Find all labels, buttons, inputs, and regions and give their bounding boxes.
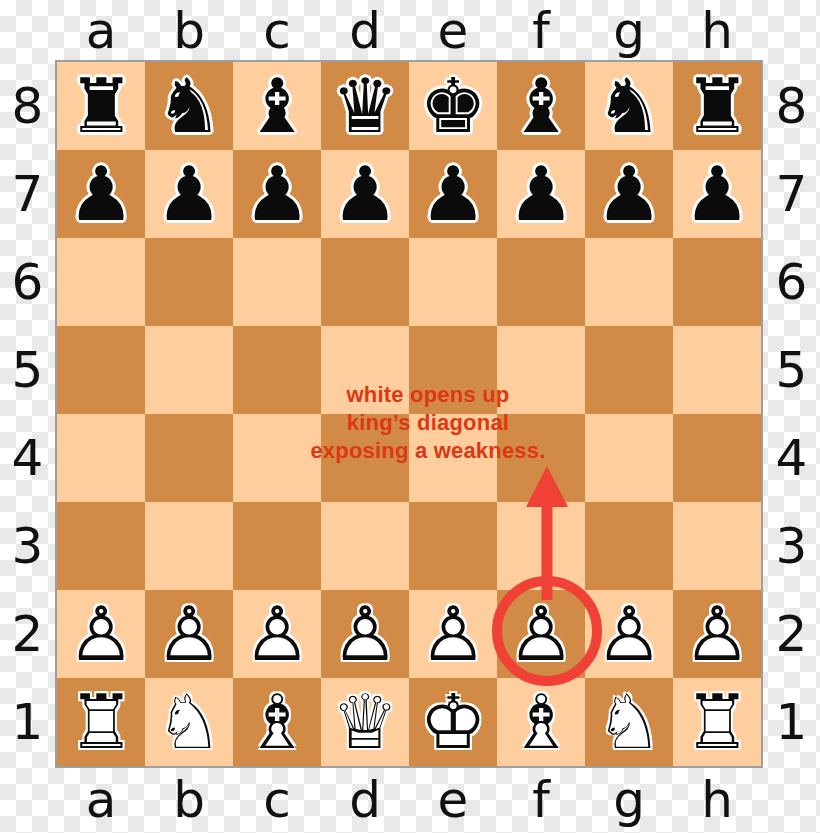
file-label-h-top: h bbox=[673, 0, 761, 62]
rank-label-7-right: 7 bbox=[763, 150, 820, 238]
square-b3 bbox=[145, 502, 233, 590]
white-pawn: ♟♙ bbox=[409, 590, 497, 678]
black-pawn: ♟ bbox=[497, 150, 585, 238]
rank-label-5-left: 5 bbox=[0, 326, 55, 414]
white-bishop: ♝♗ bbox=[497, 678, 585, 766]
rank-label-1-left: 1 bbox=[0, 678, 55, 766]
file-label-a-top: a bbox=[57, 0, 145, 62]
file-label-d-bottom: d bbox=[321, 768, 409, 833]
file-label-f-bottom: f bbox=[497, 768, 585, 833]
file-labels-top: abcdefgh bbox=[57, 0, 761, 60]
square-c2: ♟♙ bbox=[233, 590, 321, 678]
file-label-b-bottom: b bbox=[145, 768, 233, 833]
file-label-d-top: d bbox=[321, 0, 409, 62]
black-king: ♚ bbox=[409, 62, 497, 150]
rank-label-4-right: 4 bbox=[763, 414, 820, 502]
square-d7: ♟ bbox=[321, 150, 409, 238]
square-h3 bbox=[673, 502, 761, 590]
square-g7: ♟ bbox=[585, 150, 673, 238]
square-c6 bbox=[233, 238, 321, 326]
square-f8: ♝ bbox=[497, 62, 585, 150]
black-rook: ♜ bbox=[57, 62, 145, 150]
black-pawn: ♟ bbox=[321, 150, 409, 238]
file-label-g-top: g bbox=[585, 0, 673, 62]
square-f6 bbox=[497, 238, 585, 326]
white-rook: ♜♖ bbox=[57, 678, 145, 766]
rank-label-4-left: 4 bbox=[0, 414, 55, 502]
square-f1: ♝♗ bbox=[497, 678, 585, 766]
annotation-line-3: exposing a weakness. bbox=[258, 437, 598, 465]
square-c3 bbox=[233, 502, 321, 590]
rank-label-7-left: 7 bbox=[0, 150, 55, 238]
square-h5 bbox=[673, 326, 761, 414]
rank-label-3-left: 3 bbox=[0, 502, 55, 590]
rank-label-5-right: 5 bbox=[763, 326, 820, 414]
square-h1: ♜♖ bbox=[673, 678, 761, 766]
black-queen: ♛ bbox=[321, 62, 409, 150]
square-c7: ♟ bbox=[233, 150, 321, 238]
square-g6 bbox=[585, 238, 673, 326]
white-pawn: ♟♙ bbox=[673, 590, 761, 678]
square-d1: ♛♕ bbox=[321, 678, 409, 766]
square-a8: ♜ bbox=[57, 62, 145, 150]
square-e6 bbox=[409, 238, 497, 326]
square-b8: ♞ bbox=[145, 62, 233, 150]
rank-label-6-right: 6 bbox=[763, 238, 820, 326]
square-g5 bbox=[585, 326, 673, 414]
file-label-e-top: e bbox=[409, 0, 497, 62]
square-g1: ♞♘ bbox=[585, 678, 673, 766]
white-king: ♚♔ bbox=[409, 678, 497, 766]
annotation-line-1: white opens up bbox=[258, 381, 598, 409]
square-e3 bbox=[409, 502, 497, 590]
file-label-b-top: b bbox=[145, 0, 233, 62]
black-pawn: ♟ bbox=[673, 150, 761, 238]
square-h8: ♜ bbox=[673, 62, 761, 150]
file-label-c-bottom: c bbox=[233, 768, 321, 833]
square-c1: ♝♗ bbox=[233, 678, 321, 766]
white-rook: ♜♖ bbox=[673, 678, 761, 766]
square-d3 bbox=[321, 502, 409, 590]
square-h4 bbox=[673, 414, 761, 502]
rank-label-6-left: 6 bbox=[0, 238, 55, 326]
file-label-g-bottom: g bbox=[585, 768, 673, 833]
rank-label-8-right: 8 bbox=[763, 62, 820, 150]
annotation-line-2: king’s diagonal bbox=[258, 409, 598, 437]
square-a4 bbox=[57, 414, 145, 502]
rank-labels-left: 87654321 bbox=[0, 62, 55, 766]
square-b1: ♞♘ bbox=[145, 678, 233, 766]
rank-label-2-right: 2 bbox=[763, 590, 820, 678]
white-pawn: ♟♙ bbox=[233, 590, 321, 678]
black-bishop: ♝ bbox=[233, 62, 321, 150]
square-g8: ♞ bbox=[585, 62, 673, 150]
black-knight: ♞ bbox=[145, 62, 233, 150]
white-bishop: ♝♗ bbox=[233, 678, 321, 766]
square-b2: ♟♙ bbox=[145, 590, 233, 678]
annotation-text: white opens up king’s diagonal exposing … bbox=[258, 381, 598, 465]
rank-label-3-right: 3 bbox=[763, 502, 820, 590]
square-h2: ♟♙ bbox=[673, 590, 761, 678]
white-pawn: ♟♙ bbox=[497, 590, 585, 678]
square-f2: ♟♙ bbox=[497, 590, 585, 678]
square-g2: ♟♙ bbox=[585, 590, 673, 678]
square-a3 bbox=[57, 502, 145, 590]
black-knight: ♞ bbox=[585, 62, 673, 150]
square-d2: ♟♙ bbox=[321, 590, 409, 678]
square-a1: ♜♖ bbox=[57, 678, 145, 766]
file-label-a-bottom: a bbox=[57, 768, 145, 833]
square-g3 bbox=[585, 502, 673, 590]
square-e7: ♟ bbox=[409, 150, 497, 238]
chess-position-diagram: abcdefgh 87654321 ♜♞♝♛♚♝♞♜♟♟♟♟♟♟♟♟♟♙♟♙♟♙… bbox=[0, 0, 820, 833]
square-d6 bbox=[321, 238, 409, 326]
file-label-c-top: c bbox=[233, 0, 321, 62]
white-pawn: ♟♙ bbox=[57, 590, 145, 678]
white-pawn: ♟♙ bbox=[585, 590, 673, 678]
white-knight: ♞♘ bbox=[585, 678, 673, 766]
rank-label-1-right: 1 bbox=[763, 678, 820, 766]
rank-label-8-left: 8 bbox=[0, 62, 55, 150]
square-h7: ♟ bbox=[673, 150, 761, 238]
square-a5 bbox=[57, 326, 145, 414]
square-b6 bbox=[145, 238, 233, 326]
square-b7: ♟ bbox=[145, 150, 233, 238]
black-rook: ♜ bbox=[673, 62, 761, 150]
square-f3 bbox=[497, 502, 585, 590]
square-d8: ♛ bbox=[321, 62, 409, 150]
black-pawn: ♟ bbox=[233, 150, 321, 238]
square-h6 bbox=[673, 238, 761, 326]
square-a7: ♟ bbox=[57, 150, 145, 238]
square-f7: ♟ bbox=[497, 150, 585, 238]
square-g4 bbox=[585, 414, 673, 502]
white-queen: ♛♕ bbox=[321, 678, 409, 766]
white-pawn: ♟♙ bbox=[145, 590, 233, 678]
black-pawn: ♟ bbox=[145, 150, 233, 238]
square-b4 bbox=[145, 414, 233, 502]
file-label-e-bottom: e bbox=[409, 768, 497, 833]
square-e1: ♚♔ bbox=[409, 678, 497, 766]
square-a6 bbox=[57, 238, 145, 326]
square-b5 bbox=[145, 326, 233, 414]
white-pawn: ♟♙ bbox=[321, 590, 409, 678]
black-pawn: ♟ bbox=[57, 150, 145, 238]
square-a2: ♟♙ bbox=[57, 590, 145, 678]
black-bishop: ♝ bbox=[497, 62, 585, 150]
square-e8: ♚ bbox=[409, 62, 497, 150]
black-pawn: ♟ bbox=[409, 150, 497, 238]
black-pawn: ♟ bbox=[585, 150, 673, 238]
rank-labels-right: 87654321 bbox=[763, 62, 820, 766]
file-label-h-bottom: h bbox=[673, 768, 761, 833]
square-e2: ♟♙ bbox=[409, 590, 497, 678]
white-knight: ♞♘ bbox=[145, 678, 233, 766]
rank-label-2-left: 2 bbox=[0, 590, 55, 678]
file-labels-bottom: abcdefgh bbox=[57, 768, 761, 833]
square-c8: ♝ bbox=[233, 62, 321, 150]
file-label-f-top: f bbox=[497, 0, 585, 62]
